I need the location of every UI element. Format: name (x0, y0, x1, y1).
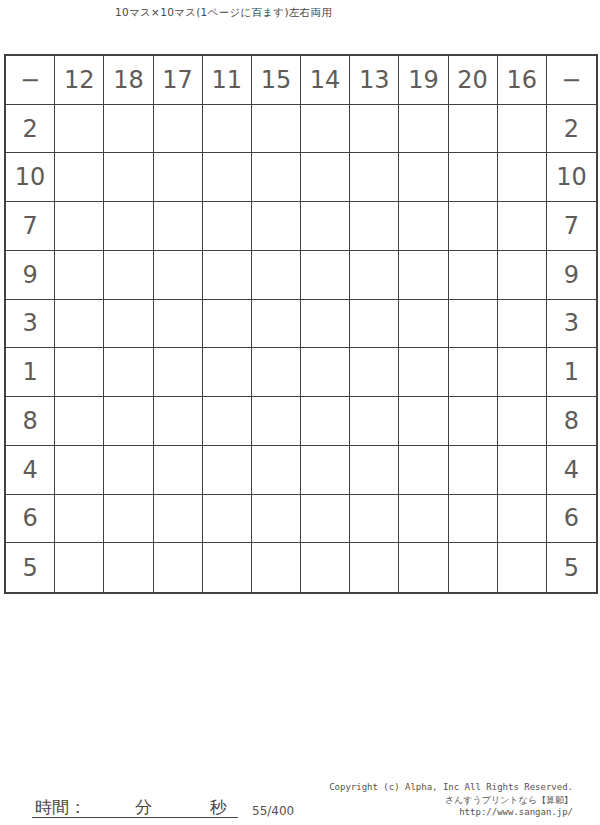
answer-cell (449, 446, 498, 495)
answer-cell (301, 397, 350, 446)
answer-cell (498, 202, 547, 251)
row-header-cell-right: 1 (547, 348, 596, 397)
answer-cell (498, 105, 547, 154)
answer-cell (203, 251, 252, 300)
page-number: 55/400 (252, 804, 294, 818)
row-header-cell-left: 1 (6, 348, 55, 397)
answer-cell (203, 300, 252, 349)
row-header-cell-left: 9 (6, 251, 55, 300)
answer-cell (203, 446, 252, 495)
answer-cell (104, 543, 153, 592)
answer-cell (301, 202, 350, 251)
answer-cell (301, 300, 350, 349)
row-header-cell-left: 5 (6, 543, 55, 592)
answer-cell (104, 495, 153, 544)
answer-cell (350, 397, 399, 446)
answer-cell (203, 348, 252, 397)
answer-cell (449, 300, 498, 349)
answer-cell (498, 153, 547, 202)
answer-cell (498, 348, 547, 397)
answer-cell (301, 105, 350, 154)
column-header-cell: 13 (350, 56, 399, 105)
row-header-cell-left: 3 (6, 300, 55, 349)
page-title: 10マス×10マス(1ページに百ます)左右両用 (115, 6, 332, 20)
answer-cell (203, 105, 252, 154)
answer-cell (55, 495, 104, 544)
row-header-cell-left: 8 (6, 397, 55, 446)
row-header-cell-left: 10 (6, 153, 55, 202)
answer-cell (498, 251, 547, 300)
answer-cell (252, 495, 301, 544)
answer-cell (154, 300, 203, 349)
column-header-cell: 11 (203, 56, 252, 105)
answer-cell (154, 543, 203, 592)
answer-cell (252, 543, 301, 592)
answer-cell (55, 543, 104, 592)
copyright-block: Copyright (c) Alpha, Inc All Rights Rese… (329, 781, 573, 819)
answer-cell (301, 153, 350, 202)
row-header-cell-right: 2 (547, 105, 596, 154)
answer-cell (350, 153, 399, 202)
answer-cell (350, 348, 399, 397)
answer-cell (55, 153, 104, 202)
answer-cell (203, 397, 252, 446)
column-header-cell: 18 (104, 56, 153, 105)
column-header-cell: 16 (498, 56, 547, 105)
answer-cell (399, 348, 448, 397)
column-header-cell: 19 (399, 56, 448, 105)
row-header-cell-left: 2 (6, 105, 55, 154)
answer-cell (154, 495, 203, 544)
answer-cell (252, 153, 301, 202)
answer-cell (301, 251, 350, 300)
answer-cell (252, 202, 301, 251)
minutes-label: 分 (135, 796, 152, 819)
answer-cell (399, 251, 448, 300)
row-header-cell-right: 8 (547, 397, 596, 446)
answer-cell (55, 348, 104, 397)
copyright-line-1: Copyright (c) Alpha, Inc All Rights Rese… (329, 781, 573, 794)
answer-cell (104, 153, 153, 202)
answer-cell (350, 105, 399, 154)
time-entry-line: 時間： 分 秒 (32, 795, 238, 818)
row-header-cell-right: 7 (547, 202, 596, 251)
answer-cell (498, 300, 547, 349)
answer-cell (154, 105, 203, 154)
answer-cell (154, 348, 203, 397)
answer-cell (498, 495, 547, 544)
copyright-line-3: http://www.sangan.jp/ (329, 806, 573, 819)
answer-cell (399, 202, 448, 251)
answer-cell (55, 446, 104, 495)
answer-cell (350, 446, 399, 495)
answer-cell (252, 105, 301, 154)
row-header-cell-left: 6 (6, 495, 55, 544)
row-header-cell-right: 10 (547, 153, 596, 202)
answer-cell (104, 251, 153, 300)
answer-cell (449, 495, 498, 544)
hyakumasu-grid: −12181711151413192016−221010779933118844… (4, 54, 598, 594)
answer-cell (301, 495, 350, 544)
answer-cell (399, 397, 448, 446)
seconds-label: 秒 (210, 796, 227, 819)
answer-cell (55, 300, 104, 349)
time-label: 時間： (35, 796, 86, 819)
row-header-cell-right: 4 (547, 446, 596, 495)
answer-cell (449, 397, 498, 446)
column-header-cell: 20 (449, 56, 498, 105)
answer-cell (104, 348, 153, 397)
answer-cell (399, 446, 448, 495)
answer-cell (449, 348, 498, 397)
answer-cell (399, 153, 448, 202)
worksheet-page: 10マス×10マス(1ページに百ます)左右両用 −121817111514131… (0, 0, 600, 825)
answer-cell (301, 446, 350, 495)
answer-cell (154, 251, 203, 300)
answer-cell (203, 495, 252, 544)
column-header-cell: 15 (252, 56, 301, 105)
answer-cell (498, 446, 547, 495)
answer-cell (399, 495, 448, 544)
answer-cell (301, 348, 350, 397)
row-header-cell-left: 7 (6, 202, 55, 251)
answer-cell (399, 105, 448, 154)
answer-cell (55, 251, 104, 300)
answer-cell (252, 348, 301, 397)
answer-cell (55, 397, 104, 446)
row-header-cell-right: 6 (547, 495, 596, 544)
answer-cell (498, 397, 547, 446)
row-header-cell-right: 9 (547, 251, 596, 300)
answer-cell (252, 300, 301, 349)
answer-cell (350, 543, 399, 592)
answer-cell (203, 153, 252, 202)
column-header-cell: 12 (55, 56, 104, 105)
answer-cell (449, 105, 498, 154)
answer-cell (449, 251, 498, 300)
row-header-cell-left: 4 (6, 446, 55, 495)
column-header-cell: 14 (301, 56, 350, 105)
answer-cell (55, 105, 104, 154)
column-header-cell: 17 (154, 56, 203, 105)
answer-cell (252, 397, 301, 446)
answer-cell (252, 446, 301, 495)
answer-cell (350, 495, 399, 544)
answer-cell (154, 397, 203, 446)
answer-cell (301, 543, 350, 592)
answer-cell (399, 543, 448, 592)
answer-cell (104, 105, 153, 154)
answer-cell (154, 153, 203, 202)
answer-cell (350, 251, 399, 300)
answer-cell (154, 202, 203, 251)
answer-cell (449, 202, 498, 251)
answer-cell (350, 300, 399, 349)
answer-cell (104, 446, 153, 495)
answer-cell (498, 543, 547, 592)
copyright-line-2: さんすうプリントなら【算願】 (329, 794, 573, 807)
answer-cell (252, 251, 301, 300)
answer-cell (350, 202, 399, 251)
row-header-cell-right: 5 (547, 543, 596, 592)
answer-cell (154, 446, 203, 495)
operator-cell: − (547, 56, 596, 105)
answer-cell (449, 153, 498, 202)
answer-cell (449, 543, 498, 592)
answer-cell (399, 300, 448, 349)
operator-cell: − (6, 56, 55, 105)
answer-cell (104, 202, 153, 251)
answer-cell (104, 300, 153, 349)
row-header-cell-right: 3 (547, 300, 596, 349)
answer-cell (104, 397, 153, 446)
answer-cell (203, 202, 252, 251)
answer-cell (55, 202, 104, 251)
answer-cell (203, 543, 252, 592)
